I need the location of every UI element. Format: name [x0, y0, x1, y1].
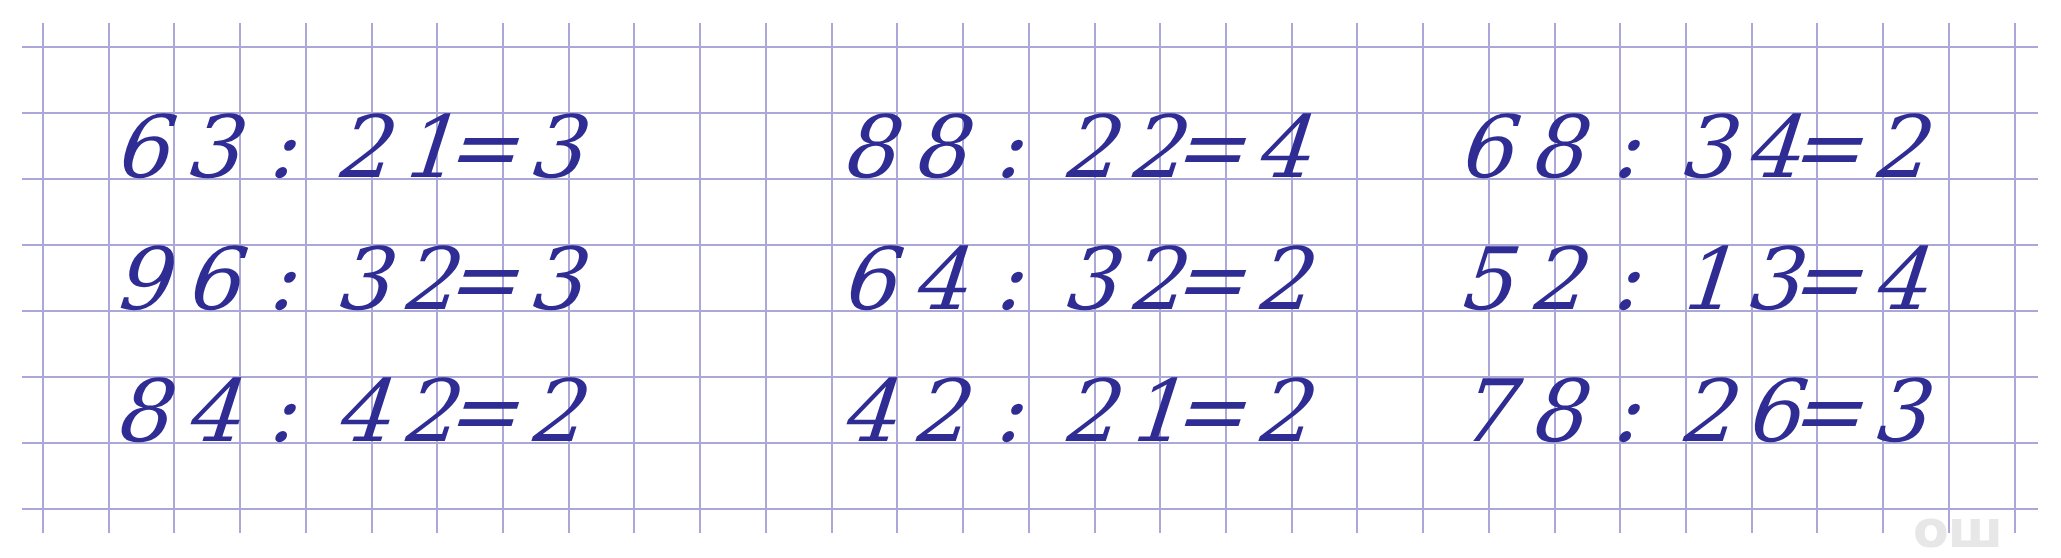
colon-divider: : [1591, 114, 1661, 180]
division-equation: 52:13=4 [1452, 246, 1912, 312]
digit: 4 [176, 378, 246, 444]
digit: 5 [1450, 246, 1520, 312]
equals-sign: = [1790, 378, 1860, 444]
digit: 4 [1247, 114, 1317, 180]
division-equation: 64:32=2 [835, 246, 1295, 312]
digit: 2 [1247, 378, 1317, 444]
division-equation: 88:22=4 [835, 114, 1295, 180]
digit: 2 [520, 378, 590, 444]
digit: 3 [520, 246, 590, 312]
digit: 2 [903, 378, 973, 444]
digit: 1 [1671, 246, 1741, 312]
colon-divider: : [1591, 378, 1661, 444]
digit: 8 [903, 114, 973, 180]
digit: 8 [833, 114, 903, 180]
digit: 2 [1671, 378, 1741, 444]
division-equation: 96:32=3 [108, 246, 568, 312]
division-equation: 84:42=2 [108, 378, 568, 444]
digit: 6 [176, 246, 246, 312]
colon-divider: : [1591, 246, 1661, 312]
digit: 3 [327, 246, 397, 312]
digit: 2 [1864, 114, 1934, 180]
equals-sign: = [446, 378, 516, 444]
digit: 3 [520, 114, 590, 180]
colon-divider: : [974, 114, 1044, 180]
equals-sign: = [1173, 378, 1243, 444]
digit: 9 [106, 246, 176, 312]
colon-divider: : [247, 114, 317, 180]
digit: 4 [833, 378, 903, 444]
digit: 2 [327, 114, 397, 180]
digit: 3 [1054, 246, 1124, 312]
digit: 7 [1450, 378, 1520, 444]
digit: 2 [1247, 246, 1317, 312]
colon-divider: : [247, 246, 317, 312]
watermark: ош [1913, 503, 2002, 555]
digit: 2 [1054, 378, 1124, 444]
digit: 6 [106, 114, 176, 180]
division-equation: 63:21=3 [108, 114, 568, 180]
digit: 8 [1520, 114, 1590, 180]
equals-sign: = [446, 114, 516, 180]
division-equation: 78:26=3 [1452, 378, 1912, 444]
digit: 3 [1671, 114, 1741, 180]
equals-sign: = [446, 246, 516, 312]
equals-sign: = [1790, 114, 1860, 180]
equals-sign: = [1790, 246, 1860, 312]
colon-divider: : [974, 378, 1044, 444]
digit: 4 [903, 246, 973, 312]
colon-divider: : [247, 378, 317, 444]
digit: 4 [1864, 246, 1934, 312]
equations-layer: 63:21=388:22=468:34=296:32=364:32=252:13… [0, 0, 2061, 558]
colon-divider: : [974, 246, 1044, 312]
digit: 6 [1450, 114, 1520, 180]
equals-sign: = [1173, 246, 1243, 312]
digit: 8 [1520, 378, 1590, 444]
digit: 3 [1864, 378, 1934, 444]
digit: 2 [1520, 246, 1590, 312]
digit: 2 [1054, 114, 1124, 180]
digit: 4 [327, 378, 397, 444]
equals-sign: = [1173, 114, 1243, 180]
digit: 8 [106, 378, 176, 444]
division-equation: 42:21=2 [835, 378, 1295, 444]
division-equation: 68:34=2 [1452, 114, 1912, 180]
digit: 6 [833, 246, 903, 312]
digit: 3 [176, 114, 246, 180]
worksheet-page: 63:21=388:22=468:34=296:32=364:32=252:13… [0, 0, 2061, 558]
